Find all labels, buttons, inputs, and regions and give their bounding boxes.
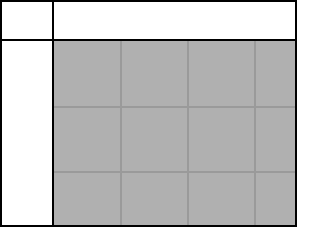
group-line — [120, 41, 122, 225]
column-clues — [54, 2, 295, 39]
nonogram-puzzle — [0, 0, 297, 227]
group-line — [187, 41, 189, 225]
row-clues — [2, 41, 52, 225]
group-line — [54, 171, 295, 173]
nonogram-puzzle-screen — [0, 0, 312, 227]
corner-watermark — [2, 2, 52, 39]
group-line — [254, 41, 256, 225]
side-watermark — [297, 0, 312, 227]
group-line — [54, 106, 295, 108]
board — [54, 41, 295, 225]
